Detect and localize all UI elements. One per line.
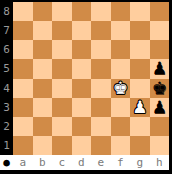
square-c4[interactable] (52, 79, 72, 98)
square-e6[interactable] (91, 40, 111, 59)
file-label-d: d (72, 155, 92, 170)
square-d4[interactable] (72, 79, 92, 98)
square-f6[interactable] (111, 40, 131, 59)
square-d2[interactable] (72, 117, 92, 136)
square-h7[interactable] (150, 21, 170, 40)
square-c1[interactable] (52, 136, 72, 155)
square-f7[interactable] (111, 21, 131, 40)
square-d7[interactable] (72, 21, 92, 40)
square-e7[interactable] (91, 21, 111, 40)
rank-labels: 87654321 (0, 2, 13, 155)
square-c2[interactable] (52, 117, 72, 136)
square-b6[interactable] (33, 40, 53, 59)
black-pawn[interactable]: ♟ (152, 59, 167, 78)
square-a1[interactable] (13, 136, 33, 155)
rank-label-3: 3 (0, 98, 13, 117)
black-king[interactable]: ♚ (152, 79, 167, 98)
square-a8[interactable] (13, 2, 33, 21)
square-e8[interactable] (91, 2, 111, 21)
black-pawn[interactable]: ♟ (152, 98, 167, 117)
square-b7[interactable] (33, 21, 53, 40)
square-g3[interactable]: ♟ (130, 98, 150, 117)
square-h1[interactable] (150, 136, 170, 155)
chess-diagram: 87654321 ♟♚♚♟♟ ● abcdefgh (0, 0, 172, 174)
square-f8[interactable] (111, 2, 131, 21)
square-e1[interactable] (91, 136, 111, 155)
rank-label-5: 5 (0, 59, 13, 78)
square-h6[interactable] (150, 40, 170, 59)
white-pawn[interactable]: ♟ (132, 98, 147, 117)
square-h2[interactable] (150, 117, 170, 136)
square-c6[interactable] (52, 40, 72, 59)
square-g2[interactable] (130, 117, 150, 136)
rank-label-4: 4 (0, 79, 13, 98)
rank-label-6: 6 (0, 40, 13, 59)
square-f4[interactable]: ♚ (111, 79, 131, 98)
square-d8[interactable] (72, 2, 92, 21)
file-label-g: g (130, 155, 150, 170)
square-g1[interactable] (130, 136, 150, 155)
rank-label-7: 7 (0, 21, 13, 40)
square-c3[interactable] (52, 98, 72, 117)
file-label-a: a (13, 155, 33, 170)
square-a7[interactable] (13, 21, 33, 40)
square-h4[interactable]: ♚ (150, 79, 170, 98)
square-b5[interactable] (33, 59, 53, 78)
file-label-strip: ● abcdefgh (0, 155, 169, 170)
square-g6[interactable] (130, 40, 150, 59)
file-label-b: b (33, 155, 53, 170)
square-g8[interactable] (130, 2, 150, 21)
square-e4[interactable] (91, 79, 111, 98)
square-d1[interactable] (72, 136, 92, 155)
file-label-f: f (111, 155, 131, 170)
chess-board[interactable]: ♟♚♚♟♟ (13, 2, 169, 155)
square-b3[interactable] (33, 98, 53, 117)
square-b2[interactable] (33, 117, 53, 136)
rank-label-2: 2 (0, 117, 13, 136)
square-a3[interactable] (13, 98, 33, 117)
rank-label-1: 1 (0, 136, 13, 155)
square-d6[interactable] (72, 40, 92, 59)
side-to-move-indicator-icon: ● (2, 158, 11, 167)
square-a4[interactable] (13, 79, 33, 98)
square-f3[interactable] (111, 98, 131, 117)
square-g7[interactable] (130, 21, 150, 40)
white-king[interactable]: ♚ (113, 79, 128, 98)
square-f2[interactable] (111, 117, 131, 136)
square-f1[interactable] (111, 136, 131, 155)
square-a2[interactable] (13, 117, 33, 136)
square-d3[interactable] (72, 98, 92, 117)
rank-label-8: 8 (0, 2, 13, 21)
file-label-e: e (91, 155, 111, 170)
file-label-c: c (52, 155, 72, 170)
square-h8[interactable] (150, 2, 170, 21)
square-e2[interactable] (91, 117, 111, 136)
square-c7[interactable] (52, 21, 72, 40)
square-f5[interactable] (111, 59, 131, 78)
square-h3[interactable]: ♟ (150, 98, 170, 117)
square-b4[interactable] (33, 79, 53, 98)
file-label-h: h (150, 155, 170, 170)
square-b1[interactable] (33, 136, 53, 155)
square-e5[interactable] (91, 59, 111, 78)
square-b8[interactable] (33, 2, 53, 21)
square-h5[interactable]: ♟ (150, 59, 170, 78)
square-a5[interactable] (13, 59, 33, 78)
square-g5[interactable] (130, 59, 150, 78)
file-labels: abcdefgh (13, 155, 169, 170)
square-c5[interactable] (52, 59, 72, 78)
square-d5[interactable] (72, 59, 92, 78)
square-g4[interactable] (130, 79, 150, 98)
square-a6[interactable] (13, 40, 33, 59)
square-e3[interactable] (91, 98, 111, 117)
square-c8[interactable] (52, 2, 72, 21)
